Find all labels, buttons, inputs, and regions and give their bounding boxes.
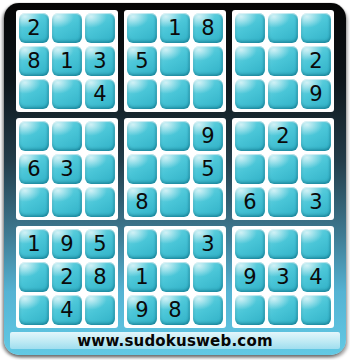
- cell-r8c1[interactable]: [19, 262, 49, 292]
- cell-r9c8[interactable]: [268, 295, 298, 325]
- cell-r2c6[interactable]: [193, 46, 223, 76]
- cell-r7c2[interactable]: 9: [52, 229, 82, 259]
- cell-r6c3[interactable]: [85, 187, 115, 217]
- cell-r2c1[interactable]: 8: [19, 46, 49, 76]
- cell-r4c2[interactable]: [52, 121, 82, 151]
- cell-r2c8[interactable]: [268, 46, 298, 76]
- cell-r4c7[interactable]: [235, 121, 265, 151]
- cell-r5c2[interactable]: 3: [52, 154, 82, 184]
- cell-r8c3[interactable]: 8: [85, 262, 115, 292]
- cell-r1c7[interactable]: [235, 13, 265, 43]
- cell-r7c1[interactable]: 1: [19, 229, 49, 259]
- cell-r3c1[interactable]: [19, 79, 49, 109]
- cell-r5c3[interactable]: [85, 154, 115, 184]
- cell-r6c4[interactable]: 8: [127, 187, 157, 217]
- box-0-2: 29: [232, 10, 334, 112]
- board-frame: 2813418529639582631952843198934 www.sudo…: [4, 3, 346, 355]
- cell-r4c5[interactable]: [160, 121, 190, 151]
- box-0-0: 28134: [16, 10, 118, 112]
- cell-r6c5[interactable]: [160, 187, 190, 217]
- box-2-0: 195284: [16, 226, 118, 328]
- cell-r8c9[interactable]: 4: [301, 262, 331, 292]
- cell-r3c3[interactable]: 4: [85, 79, 115, 109]
- cell-r9c3[interactable]: [85, 295, 115, 325]
- cell-r7c4[interactable]: [127, 229, 157, 259]
- cell-r4c4[interactable]: [127, 121, 157, 151]
- cell-r3c7[interactable]: [235, 79, 265, 109]
- cell-r5c5[interactable]: [160, 154, 190, 184]
- cell-r3c9[interactable]: 9: [301, 79, 331, 109]
- cell-r9c5[interactable]: 8: [160, 295, 190, 325]
- sudoku-grid: 2813418529639582631952843198934: [16, 10, 334, 328]
- cell-r4c9[interactable]: [301, 121, 331, 151]
- cell-r6c9[interactable]: 3: [301, 187, 331, 217]
- cell-r7c3[interactable]: 5: [85, 229, 115, 259]
- cell-r9c1[interactable]: [19, 295, 49, 325]
- cell-r9c2[interactable]: 4: [52, 295, 82, 325]
- cell-r1c1[interactable]: 2: [19, 13, 49, 43]
- cell-r6c8[interactable]: [268, 187, 298, 217]
- cell-r5c1[interactable]: 6: [19, 154, 49, 184]
- cell-r4c6[interactable]: 9: [193, 121, 223, 151]
- cell-r1c3[interactable]: [85, 13, 115, 43]
- cell-r8c8[interactable]: 3: [268, 262, 298, 292]
- cell-r9c7[interactable]: [235, 295, 265, 325]
- cell-r2c5[interactable]: [160, 46, 190, 76]
- cell-r9c9[interactable]: [301, 295, 331, 325]
- site-url: www.sudokusweb.com: [10, 332, 340, 349]
- cell-r6c2[interactable]: [52, 187, 82, 217]
- cell-r1c5[interactable]: 1: [160, 13, 190, 43]
- box-1-1: 958: [124, 118, 226, 220]
- cell-r6c6[interactable]: [193, 187, 223, 217]
- cell-r8c7[interactable]: 9: [235, 262, 265, 292]
- cell-r1c8[interactable]: [268, 13, 298, 43]
- box-2-1: 3198: [124, 226, 226, 328]
- cell-r6c1[interactable]: [19, 187, 49, 217]
- cell-r7c8[interactable]: [268, 229, 298, 259]
- cell-r2c3[interactable]: 3: [85, 46, 115, 76]
- cell-r8c2[interactable]: 2: [52, 262, 82, 292]
- cell-r4c1[interactable]: [19, 121, 49, 151]
- cell-r6c7[interactable]: 6: [235, 187, 265, 217]
- cell-r3c4[interactable]: [127, 79, 157, 109]
- cell-r7c9[interactable]: [301, 229, 331, 259]
- cell-r5c8[interactable]: [268, 154, 298, 184]
- box-0-1: 185: [124, 10, 226, 112]
- cell-r5c7[interactable]: [235, 154, 265, 184]
- cell-r4c3[interactable]: [85, 121, 115, 151]
- cell-r3c8[interactable]: [268, 79, 298, 109]
- cell-r5c6[interactable]: 5: [193, 154, 223, 184]
- cell-r2c7[interactable]: [235, 46, 265, 76]
- cell-r5c4[interactable]: [127, 154, 157, 184]
- cell-r1c4[interactable]: [127, 13, 157, 43]
- cell-r7c6[interactable]: 3: [193, 229, 223, 259]
- cell-r4c8[interactable]: 2: [268, 121, 298, 151]
- cell-r3c2[interactable]: [52, 79, 82, 109]
- cell-r9c4[interactable]: 9: [127, 295, 157, 325]
- cell-r8c4[interactable]: 1: [127, 262, 157, 292]
- cell-r1c2[interactable]: [52, 13, 82, 43]
- box-2-2: 934: [232, 226, 334, 328]
- cell-r7c5[interactable]: [160, 229, 190, 259]
- cell-r2c2[interactable]: 1: [52, 46, 82, 76]
- box-1-2: 263: [232, 118, 334, 220]
- cell-r8c6[interactable]: [193, 262, 223, 292]
- box-1-0: 63: [16, 118, 118, 220]
- cell-r3c5[interactable]: [160, 79, 190, 109]
- cell-r2c4[interactable]: 5: [127, 46, 157, 76]
- cell-r8c5[interactable]: [160, 262, 190, 292]
- cell-r2c9[interactable]: 2: [301, 46, 331, 76]
- cell-r1c9[interactable]: [301, 13, 331, 43]
- cell-r5c9[interactable]: [301, 154, 331, 184]
- cell-r1c6[interactable]: 8: [193, 13, 223, 43]
- cell-r7c7[interactable]: [235, 229, 265, 259]
- cell-r3c6[interactable]: [193, 79, 223, 109]
- cell-r9c6[interactable]: [193, 295, 223, 325]
